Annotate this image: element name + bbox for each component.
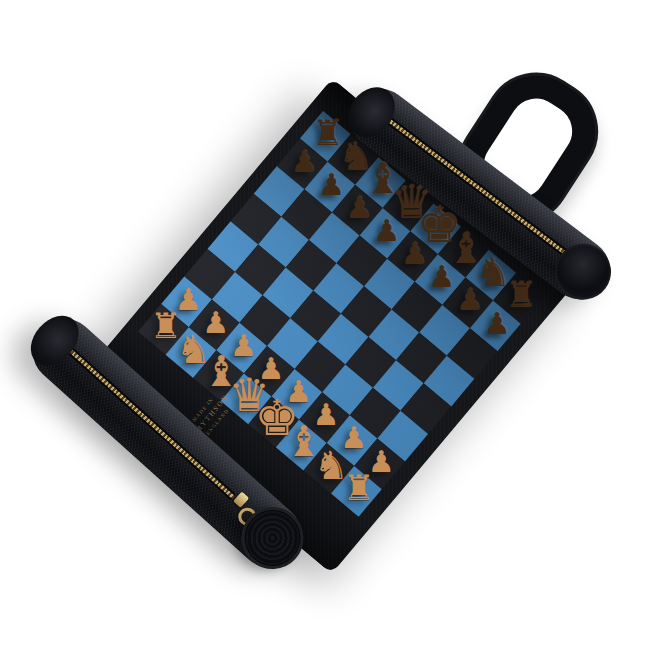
chess-piece-black-pawn[interactable]: ♟	[373, 216, 400, 246]
chess-piece-black-pawn[interactable]: ♟	[318, 170, 345, 200]
chess-piece-black-pawn[interactable]: ♟	[456, 285, 483, 315]
chess-piece-white-rook[interactable]: ♜	[343, 471, 374, 506]
chess-piece-black-pawn[interactable]: ♟	[401, 239, 428, 269]
bottom-roll-left-end-cap	[21, 306, 88, 374]
chess-piece-black-pawn[interactable]: ♟	[484, 309, 511, 339]
chess-roll-product-photo: MADE IN SMYTHSON ENGLAND ♜♞♝♛♚♝♞♜♟♟♟♟♟♟♟…	[0, 0, 656, 656]
chess-piece-black-pawn[interactable]: ♟	[346, 193, 373, 223]
chess-piece-black-pawn[interactable]: ♟	[429, 262, 456, 292]
chess-piece-black-pawn[interactable]: ♟	[291, 147, 318, 177]
